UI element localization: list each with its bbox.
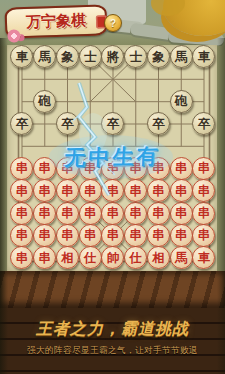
piece-char: 串 (38, 185, 51, 198)
piece-char: 車 (198, 252, 211, 265)
piece-char: 串 (175, 162, 188, 175)
piece-char: 士 (84, 51, 97, 64)
piece-char: 帥 (107, 252, 120, 265)
piece-馬-red[interactable]: 馬 (170, 246, 193, 269)
piece-象-black[interactable]: 象 (147, 45, 170, 68)
piece-仕-red[interactable]: 仕 (79, 246, 102, 269)
promo-headline: 王者之力，霸道挑战 (0, 319, 225, 340)
piece-char: 串 (16, 207, 29, 220)
piece-串-red[interactable]: 串 (10, 202, 33, 225)
piece-串-red[interactable]: 串 (10, 179, 33, 202)
piece-char: 串 (129, 207, 142, 220)
piece-串-red[interactable]: 串 (124, 179, 147, 202)
piece-車-black[interactable]: 車 (10, 45, 33, 68)
piece-char: 串 (84, 185, 97, 198)
promo-subline: 强大的阵容尽显王霸之气，让对手节节败退 (0, 345, 225, 357)
piece-卒-black[interactable]: 卒 (192, 112, 215, 135)
piece-串-red[interactable]: 串 (56, 202, 79, 225)
piece-char: 串 (84, 207, 97, 220)
piece-char: 卒 (61, 118, 74, 131)
piece-char: 串 (16, 185, 29, 198)
piece-卒-black[interactable]: 卒 (56, 112, 79, 135)
piece-串-red[interactable]: 串 (79, 202, 102, 225)
piece-串-red[interactable]: 串 (10, 224, 33, 247)
piece-char: 串 (107, 229, 120, 242)
piece-char: 車 (16, 51, 29, 64)
piece-char: 將 (107, 51, 120, 64)
piece-士-black[interactable]: 士 (124, 45, 147, 68)
piece-char: 串 (61, 162, 74, 175)
piece-char: 士 (129, 51, 142, 64)
piece-char: 串 (152, 185, 165, 198)
piece-char: 象 (61, 51, 74, 64)
piece-char: 串 (175, 229, 188, 242)
piece-仕-red[interactable]: 仕 (124, 246, 147, 269)
piece-串-red[interactable]: 串 (101, 202, 124, 225)
piece-char: 串 (198, 185, 211, 198)
piece-char: 馬 (38, 51, 51, 64)
app-logo-banner: 万宁象棋 (4, 4, 107, 39)
piece-char: 串 (152, 207, 165, 220)
piece-char: 仕 (129, 252, 142, 265)
piece-char: 串 (198, 162, 211, 175)
page-root: 万宁象棋 ? 車馬象士將士象馬車砲砲卒卒卒卒卒串串串串串串串串串串串串串串串串串… (0, 0, 225, 374)
piece-串-red[interactable]: 串 (33, 157, 56, 180)
piece-char: 串 (152, 162, 165, 175)
piece-串-red[interactable]: 串 (10, 246, 33, 269)
promo-banner: 王者之力，霸道挑战 强大的阵容尽显王霸之气，让对手节节败退 (0, 271, 225, 374)
help-button[interactable]: ? (104, 14, 122, 32)
piece-串-red[interactable]: 串 (79, 179, 102, 202)
piece-卒-black[interactable]: 卒 (10, 112, 33, 135)
piece-char: 串 (175, 207, 188, 220)
piece-車-black[interactable]: 車 (192, 45, 215, 68)
piece-砲-black[interactable]: 砲 (170, 90, 193, 113)
piece-串-red[interactable]: 串 (192, 157, 215, 180)
piece-串-red[interactable]: 串 (124, 224, 147, 247)
piece-char: 卒 (198, 118, 211, 131)
piece-串-red[interactable]: 串 (56, 224, 79, 247)
piece-char: 串 (61, 185, 74, 198)
piece-char: 串 (107, 162, 120, 175)
piece-串-red[interactable]: 串 (33, 202, 56, 225)
piece-串-red[interactable]: 串 (33, 179, 56, 202)
wood-table-decor (0, 271, 225, 308)
piece-士-black[interactable]: 士 (79, 45, 102, 68)
piece-char: 車 (198, 51, 211, 64)
piece-char: 串 (61, 229, 74, 242)
piece-char: 串 (84, 229, 97, 242)
piece-串-red[interactable]: 串 (147, 157, 170, 180)
piece-char: 串 (16, 229, 29, 242)
piece-串-red[interactable]: 串 (56, 157, 79, 180)
piece-char: 串 (38, 229, 51, 242)
piece-char: 串 (175, 185, 188, 198)
piece-串-red[interactable]: 串 (170, 224, 193, 247)
piece-馬-black[interactable]: 馬 (170, 45, 193, 68)
piece-相-red[interactable]: 相 (56, 246, 79, 269)
piece-char: 串 (16, 162, 29, 175)
piece-串-red[interactable]: 串 (192, 179, 215, 202)
piece-相-red[interactable]: 相 (147, 246, 170, 269)
piece-串-red[interactable]: 串 (147, 202, 170, 225)
piece-char: 串 (38, 162, 51, 175)
piece-將-black[interactable]: 將 (101, 45, 124, 68)
wood-planks-decor (0, 308, 225, 374)
piece-char: 串 (107, 207, 120, 220)
piece-char: 卒 (152, 118, 165, 131)
piece-串-red[interactable]: 串 (101, 224, 124, 247)
piece-卒-black[interactable]: 卒 (147, 112, 170, 135)
app-title: 万宁象棋 (26, 11, 87, 32)
piece-串-red[interactable]: 串 (124, 202, 147, 225)
piece-char: 串 (198, 229, 211, 242)
piece-串-red[interactable]: 串 (56, 179, 79, 202)
piece-char: 仕 (84, 252, 97, 265)
piece-char: 串 (61, 207, 74, 220)
piece-串-red[interactable]: 串 (170, 157, 193, 180)
piece-串-red[interactable]: 串 (192, 202, 215, 225)
piece-砲-black[interactable]: 砲 (33, 90, 56, 113)
piece-char: 串 (84, 162, 97, 175)
piece-串-red[interactable]: 串 (101, 179, 124, 202)
piece-char: 串 (129, 229, 142, 242)
piece-串-red[interactable]: 串 (147, 179, 170, 202)
piece-char: 串 (38, 252, 51, 265)
piece-char: 串 (152, 229, 165, 242)
piece-馬-black[interactable]: 馬 (33, 45, 56, 68)
piece-帥-red[interactable]: 帥 (101, 246, 124, 269)
board-grid: 車馬象士將士象馬車砲砲卒卒卒卒卒串串串串串串串串串串串串串串串串串串串串串串串串… (11, 46, 216, 269)
piece-char: 串 (16, 252, 29, 265)
piece-char: 卒 (107, 118, 120, 131)
piece-char: 象 (152, 51, 165, 64)
piece-char: 相 (61, 252, 74, 265)
piece-char: 馬 (175, 252, 188, 265)
piece-char: 砲 (38, 95, 51, 108)
piece-串-red[interactable]: 串 (79, 224, 102, 247)
piece-串-red[interactable]: 串 (147, 224, 170, 247)
piece-串-red[interactable]: 串 (10, 157, 33, 180)
piece-串-red[interactable]: 串 (101, 157, 124, 180)
piece-串-red[interactable]: 串 (79, 157, 102, 180)
piece-串-red[interactable]: 串 (170, 179, 193, 202)
piece-串-red[interactable]: 串 (170, 202, 193, 225)
piece-char: 串 (198, 207, 211, 220)
piece-串-red[interactable]: 串 (33, 246, 56, 269)
piece-char: 馬 (175, 51, 188, 64)
piece-象-black[interactable]: 象 (56, 45, 79, 68)
piece-串-red[interactable]: 串 (124, 157, 147, 180)
piece-char: 卒 (16, 118, 29, 131)
piece-char: 串 (129, 185, 142, 198)
piece-char: 串 (38, 207, 51, 220)
piece-char: 相 (152, 252, 165, 265)
piece-char: 串 (129, 162, 142, 175)
xiangqi-board: 車馬象士將士象馬車砲砲卒卒卒卒卒串串串串串串串串串串串串串串串串串串串串串串串串… (7, 45, 217, 271)
piece-char: 砲 (175, 95, 188, 108)
piece-卒-black[interactable]: 卒 (101, 112, 124, 135)
piece-串-red[interactable]: 串 (33, 224, 56, 247)
piece-串-red[interactable]: 串 (192, 224, 215, 247)
piece-char: 串 (107, 185, 120, 198)
piece-車-red[interactable]: 車 (192, 246, 215, 269)
